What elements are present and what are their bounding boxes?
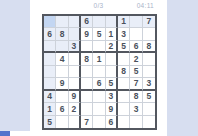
side-panel-right <box>167 0 198 136</box>
cell-r5c6[interactable] <box>106 66 118 78</box>
cell-r7c6[interactable]: 3 <box>106 91 118 103</box>
corner-accent <box>0 131 10 136</box>
cell-r2c3[interactable] <box>69 28 81 40</box>
cell-r8c8[interactable]: 3 <box>130 103 142 115</box>
cell-r8c7[interactable] <box>118 103 130 115</box>
cell-r7c5[interactable] <box>93 91 105 103</box>
cell-r4c9[interactable] <box>143 53 155 65</box>
cell-r7c8[interactable]: 8 <box>130 91 142 103</box>
cell-r5c2[interactable] <box>56 66 68 78</box>
cell-r8c6[interactable]: 9 <box>106 103 118 115</box>
cell-r9c1[interactable]: 5 <box>44 116 56 128</box>
cell-r5c8[interactable]: 5 <box>130 66 142 78</box>
cell-r6c1[interactable] <box>44 78 56 90</box>
cell-r1c4[interactable]: 6 <box>81 16 93 28</box>
cell-r8c1[interactable]: 1 <box>44 103 56 115</box>
cell-r3c5[interactable] <box>93 41 105 53</box>
cell-r2c9[interactable] <box>143 28 155 40</box>
cell-r5c7[interactable]: 8 <box>118 66 130 78</box>
cell-r7c9[interactable]: 5 <box>143 91 155 103</box>
cell-r4c5[interactable]: 1 <box>93 53 105 65</box>
cell-r2c4[interactable]: 9 <box>81 28 93 40</box>
cell-r6c2[interactable]: 9 <box>56 78 68 90</box>
cell-r8c5[interactable] <box>93 103 105 115</box>
cell-r9c8[interactable] <box>130 116 142 128</box>
cell-r6c7[interactable] <box>118 78 130 90</box>
cell-r9c3[interactable] <box>69 116 81 128</box>
cell-r2c1[interactable]: 6 <box>44 28 56 40</box>
cell-r4c3[interactable] <box>69 53 81 65</box>
cell-r7c4[interactable] <box>81 91 93 103</box>
cell-r5c4[interactable] <box>81 66 93 78</box>
side-panel-left <box>0 0 30 131</box>
cell-r6c8[interactable]: 7 <box>130 78 142 90</box>
cell-r1c6[interactable] <box>106 16 118 28</box>
cell-r8c2[interactable]: 6 <box>56 103 68 115</box>
cell-r1c2[interactable] <box>56 16 68 28</box>
cell-r3c9[interactable]: 8 <box>143 41 155 53</box>
cell-r4c6[interactable] <box>106 53 118 65</box>
cell-r1c5[interactable] <box>93 16 105 28</box>
cell-r9c9[interactable] <box>143 116 155 128</box>
cell-r2c2[interactable]: 8 <box>56 28 68 40</box>
cell-r5c9[interactable] <box>143 66 155 78</box>
cell-r2c8[interactable] <box>130 28 142 40</box>
cell-r1c1[interactable] <box>44 16 56 28</box>
cell-r8c3[interactable]: 2 <box>69 103 81 115</box>
cell-r6c3[interactable] <box>69 78 81 90</box>
cell-r5c5[interactable] <box>93 66 105 78</box>
cell-r4c2[interactable]: 4 <box>56 53 68 65</box>
cell-r8c4[interactable] <box>81 103 93 115</box>
cell-r4c8[interactable]: 2 <box>130 53 142 65</box>
cell-r6c6[interactable]: 5 <box>106 78 118 90</box>
cell-r5c3[interactable] <box>69 66 81 78</box>
cell-r6c4[interactable] <box>81 78 93 90</box>
cell-r1c3[interactable] <box>69 16 81 28</box>
cell-r4c7[interactable] <box>118 53 130 65</box>
cell-r7c3[interactable]: 9 <box>69 91 81 103</box>
cell-r3c7[interactable]: 5 <box>118 41 130 53</box>
cell-r2c5[interactable]: 5 <box>93 28 105 40</box>
cell-r9c4[interactable]: 7 <box>81 116 93 128</box>
cell-r9c2[interactable] <box>56 116 68 128</box>
timer: 04:11 <box>137 2 154 9</box>
cell-r3c3[interactable]: 3 <box>69 41 81 53</box>
cell-r9c6[interactable]: 6 <box>106 116 118 128</box>
cell-r7c1[interactable]: 4 <box>44 91 56 103</box>
cell-r9c7[interactable] <box>118 116 130 128</box>
cell-r2c6[interactable]: 1 <box>106 28 118 40</box>
cell-r3c6[interactable]: 2 <box>106 41 118 53</box>
cell-r1c9[interactable]: 7 <box>143 16 155 28</box>
cell-r6c5[interactable]: 6 <box>93 78 105 90</box>
cell-r5c1[interactable] <box>44 66 56 78</box>
cell-r1c8[interactable] <box>130 16 142 28</box>
cell-r6c9[interactable]: 3 <box>143 78 155 90</box>
sudoku-app: 0/3 04:11 617689513325684812859657349385… <box>0 0 198 136</box>
cell-r3c4[interactable] <box>81 41 93 53</box>
cell-r1c7[interactable]: 1 <box>118 16 130 28</box>
cell-r3c2[interactable] <box>56 41 68 53</box>
cell-r9c5[interactable] <box>93 116 105 128</box>
sudoku-board: 61768951332568481285965734938516293576 <box>42 14 157 130</box>
cell-r8c9[interactable] <box>143 103 155 115</box>
header-bar: 0/3 04:11 <box>30 0 167 13</box>
cell-r7c7[interactable] <box>118 91 130 103</box>
cell-r3c1[interactable] <box>44 41 56 53</box>
cell-r2c7[interactable]: 3 <box>118 28 130 40</box>
cell-r3c8[interactable]: 6 <box>130 41 142 53</box>
cell-r7c2[interactable] <box>56 91 68 103</box>
cell-r4c1[interactable] <box>44 53 56 65</box>
cell-r4c4[interactable]: 8 <box>81 53 93 65</box>
